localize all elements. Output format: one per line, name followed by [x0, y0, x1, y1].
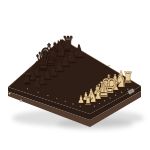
- piece-black-pawn: ♟: [34, 78, 42, 90]
- chess-set-photo: ♜♞♝♛♚♝♞♜♟♟♟♟♟♟♟♟♟♟♟♟♟♟♟♟♜♞♝♛♚♝♞♜: [0, 0, 150, 150]
- pieces-layer: ♜♞♝♛♚♝♞♜♟♟♟♟♟♟♟♟♟♟♟♟♟♟♟♟♜♞♝♛♚♝♞♜: [0, 0, 150, 150]
- piece-black-rook: ♜: [22, 72, 31, 86]
- piece-white-rook: ♜: [84, 95, 92, 107]
